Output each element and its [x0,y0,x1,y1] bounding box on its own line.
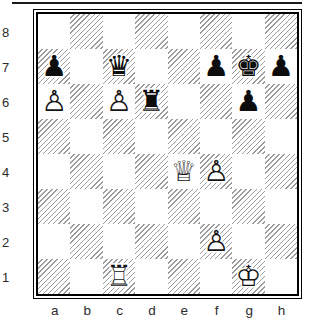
square-d7 [135,49,167,84]
square-a8 [38,14,70,49]
file-label-b: b [71,302,103,319]
rank-labels: 87654321 [0,15,30,295]
square-g8 [232,14,264,49]
file-label-a: a [39,302,71,319]
piece-white-pawn-a6: ♟♙ [38,84,70,119]
square-a3 [38,189,70,224]
rank-label-1: 1 [0,260,30,295]
file-label-c: c [103,302,135,319]
piece-white-pawn-c6: ♟♙ [103,84,135,119]
square-d5 [135,119,167,154]
square-h7: ♟♟ [265,49,297,84]
square-h3 [265,189,297,224]
square-b2 [70,224,102,259]
file-label-f: f [201,302,233,319]
square-a2 [38,224,70,259]
square-h8 [265,14,297,49]
square-f7: ♟♟ [200,49,232,84]
square-f3 [200,189,232,224]
square-h1 [265,259,297,294]
square-d1 [135,259,167,294]
square-f4: ♟♙ [200,154,232,189]
piece-black-pawn-g6: ♟♟ [232,84,264,119]
square-c2 [103,224,135,259]
file-label-g: g [233,302,265,319]
square-c6: ♟♙ [103,84,135,119]
piece-white-pawn-f2: ♟♙ [200,224,232,259]
piece-white-pawn-f4: ♟♙ [200,154,232,189]
square-f2: ♟♙ [200,224,232,259]
board-grid: ♟♟♛♛♟♟♚♚♟♟♟♙♟♙♜♜♟♟♛♕♟♙♟♙♜♖♚♔ [38,14,297,294]
square-g2 [232,224,264,259]
square-c4 [103,154,135,189]
square-d8 [135,14,167,49]
piece-black-queen-c7: ♛♛ [103,49,135,84]
board-inner-frame: ♟♟♛♛♟♟♚♚♟♟♟♙♟♙♜♜♟♟♛♕♟♙♟♙♜♖♚♔ [36,12,299,296]
square-e8 [168,14,200,49]
square-g4 [232,154,264,189]
file-label-d: d [136,302,168,319]
square-c8 [103,14,135,49]
square-b3 [70,189,102,224]
square-g7: ♚♚ [232,49,264,84]
square-h4 [265,154,297,189]
rank-label-8: 8 [0,15,30,50]
square-a4 [38,154,70,189]
square-a1 [38,259,70,294]
piece-black-pawn-a7: ♟♟ [38,49,70,84]
square-f6 [200,84,232,119]
square-c7: ♛♛ [103,49,135,84]
piece-white-king-g1: ♚♔ [232,259,264,294]
rank-label-7: 7 [0,50,30,85]
square-e6 [168,84,200,119]
piece-black-king-g7: ♚♚ [232,49,264,84]
rank-label-3: 3 [0,190,30,225]
top-rule-line [12,2,302,4]
square-e1 [168,259,200,294]
square-h6 [265,84,297,119]
rank-label-5: 5 [0,120,30,155]
square-f8 [200,14,232,49]
rank-label-6: 6 [0,85,30,120]
square-d2 [135,224,167,259]
rank-label-4: 4 [0,155,30,190]
file-label-h: h [265,302,297,319]
square-e5 [168,119,200,154]
board-frame: ♟♟♛♛♟♟♚♚♟♟♟♙♟♙♜♜♟♟♛♕♟♙♟♙♜♖♚♔ [33,9,302,299]
square-g3 [232,189,264,224]
file-labels: abcdefgh [39,302,298,319]
square-d6: ♜♜ [135,84,167,119]
square-b5 [70,119,102,154]
square-c1: ♜♖ [103,259,135,294]
square-g1: ♚♔ [232,259,264,294]
square-g5 [232,119,264,154]
square-b6 [70,84,102,119]
square-c3 [103,189,135,224]
square-h2 [265,224,297,259]
file-label-e: e [168,302,200,319]
piece-black-pawn-f7: ♟♟ [200,49,232,84]
square-e7 [168,49,200,84]
square-a5 [38,119,70,154]
square-f1 [200,259,232,294]
piece-white-queen-e4: ♛♕ [168,154,200,189]
square-h5 [265,119,297,154]
piece-black-pawn-h7: ♟♟ [265,49,297,84]
square-a7: ♟♟ [38,49,70,84]
square-b4 [70,154,102,189]
square-d3 [135,189,167,224]
square-e3 [168,189,200,224]
square-d4 [135,154,167,189]
square-b7 [70,49,102,84]
square-e4: ♛♕ [168,154,200,189]
square-a6: ♟♙ [38,84,70,119]
square-g6: ♟♟ [232,84,264,119]
square-b1 [70,259,102,294]
square-b8 [70,14,102,49]
rank-label-2: 2 [0,225,30,260]
square-e2 [168,224,200,259]
square-f5 [200,119,232,154]
square-c5 [103,119,135,154]
piece-black-rook-d6: ♜♜ [135,84,167,119]
piece-white-rook-c1: ♜♖ [103,259,135,294]
